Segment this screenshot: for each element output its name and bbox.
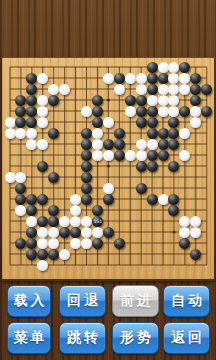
white-stone — [70, 194, 81, 205]
white-stone — [92, 139, 103, 150]
white-stone — [5, 172, 16, 183]
white-stone — [26, 128, 37, 139]
white-stone — [114, 84, 125, 95]
black-stone — [114, 73, 125, 84]
black-stone — [179, 62, 190, 73]
white-stone — [48, 227, 59, 238]
black-stone — [26, 249, 37, 260]
black-stone — [92, 95, 103, 106]
black-stone — [81, 183, 92, 194]
white-stone — [37, 260, 48, 271]
black-stone — [26, 84, 37, 95]
white-stone — [15, 172, 26, 183]
white-stone — [168, 106, 179, 117]
black-stone — [92, 205, 103, 216]
black-stone — [37, 161, 48, 172]
black-stone — [114, 238, 125, 249]
white-stone — [190, 106, 201, 117]
black-stone — [48, 172, 59, 183]
white-stone — [136, 139, 147, 150]
white-stone — [158, 106, 169, 117]
white-stone — [190, 117, 201, 128]
white-stone — [190, 216, 201, 227]
black-stone — [168, 205, 179, 216]
black-stone — [147, 106, 158, 117]
black-stone — [168, 194, 179, 205]
black-stone — [81, 172, 92, 183]
black-stone — [37, 194, 48, 205]
white-stone — [37, 73, 48, 84]
white-stone — [147, 139, 158, 150]
white-stone — [37, 95, 48, 106]
white-stone — [125, 106, 136, 117]
black-stone — [26, 95, 37, 106]
white-stone — [179, 128, 190, 139]
black-stone — [26, 194, 37, 205]
black-stone — [81, 194, 92, 205]
black-stone — [15, 183, 26, 194]
black-stone — [37, 216, 48, 227]
black-stone — [190, 249, 201, 260]
white-stone — [179, 227, 190, 238]
white-stone — [158, 62, 169, 73]
black-stone — [147, 117, 158, 128]
black-stone — [168, 128, 179, 139]
undo-button[interactable]: 回退 — [59, 285, 106, 317]
auto-button[interactable]: 自动 — [163, 285, 210, 317]
white-stone — [103, 73, 114, 84]
white-stone — [37, 238, 48, 249]
load-button[interactable]: 载入 — [7, 285, 51, 317]
black-stone — [158, 139, 169, 150]
white-stone — [37, 139, 48, 150]
white-stone — [92, 227, 103, 238]
white-stone — [103, 183, 114, 194]
black-stone — [37, 249, 48, 260]
black-stone — [59, 227, 70, 238]
black-stone — [201, 84, 212, 95]
white-stone — [81, 216, 92, 227]
black-stone — [114, 128, 125, 139]
black-stone — [136, 95, 147, 106]
white-stone — [179, 150, 190, 161]
white-stone — [125, 73, 136, 84]
black-stone — [103, 227, 114, 238]
go-app-screen: 151 载入 回退 前进 自动 菜单 跳转 形势 返回 — [0, 0, 216, 360]
white-stone — [5, 128, 16, 139]
black-stone — [48, 95, 59, 106]
white-stone — [81, 106, 92, 117]
white-stone — [59, 249, 70, 260]
white-stone — [179, 216, 190, 227]
white-stone — [37, 117, 48, 128]
black-stone — [15, 106, 26, 117]
black-stone — [147, 128, 158, 139]
black-stone — [26, 227, 37, 238]
white-stone — [70, 238, 81, 249]
black-stone — [26, 73, 37, 84]
white-stone — [81, 227, 92, 238]
menu-button[interactable]: 菜单 — [7, 322, 51, 354]
black-stone — [70, 227, 81, 238]
white-stone — [168, 95, 179, 106]
white-stone — [70, 216, 81, 227]
black-stone — [81, 161, 92, 172]
black-stone — [114, 150, 125, 161]
black-stone — [114, 139, 125, 150]
white-stone — [125, 150, 136, 161]
white-stone — [179, 73, 190, 84]
move-number-stone: 151 — [92, 216, 103, 227]
black-stone — [81, 128, 92, 139]
black-stone — [136, 161, 147, 172]
black-stone — [158, 128, 169, 139]
go-board[interactable]: 151 — [2, 57, 214, 281]
black-stone — [15, 117, 26, 128]
white-stone — [147, 95, 158, 106]
white-stone — [136, 73, 147, 84]
white-stone — [168, 73, 179, 84]
white-stone — [26, 216, 37, 227]
black-stone — [15, 95, 26, 106]
black-stone — [190, 95, 201, 106]
white-stone — [15, 128, 26, 139]
white-stone — [15, 205, 26, 216]
black-stone — [147, 73, 158, 84]
white-stone — [168, 62, 179, 73]
black-stone — [147, 194, 158, 205]
white-stone — [103, 117, 114, 128]
black-stone — [136, 106, 147, 117]
black-stone — [147, 84, 158, 95]
white-stone — [59, 216, 70, 227]
white-stone — [48, 238, 59, 249]
black-stone — [190, 84, 201, 95]
black-stone — [136, 183, 147, 194]
jump-button[interactable]: 跳转 — [59, 322, 106, 354]
white-stone — [92, 128, 103, 139]
black-stone — [103, 139, 114, 150]
forward-button[interactable]: 前进 — [112, 285, 159, 317]
black-stone — [15, 194, 26, 205]
white-stone — [26, 139, 37, 150]
white-stone — [158, 194, 169, 205]
black-stone — [26, 205, 37, 216]
black-stone — [168, 161, 179, 172]
black-stone — [147, 62, 158, 73]
black-stone — [201, 106, 212, 117]
black-stone — [26, 238, 37, 249]
white-stone — [103, 150, 114, 161]
white-stone — [5, 117, 16, 128]
white-stone — [158, 84, 169, 95]
white-stone — [37, 227, 48, 238]
black-stone — [147, 161, 158, 172]
black-stone — [26, 117, 37, 128]
white-stone — [136, 84, 147, 95]
black-stone — [168, 117, 179, 128]
white-stone — [37, 106, 48, 117]
black-stone — [103, 194, 114, 205]
black-stone — [48, 128, 59, 139]
black-stone — [92, 106, 103, 117]
black-stone — [147, 150, 158, 161]
black-stone — [15, 238, 26, 249]
black-stone — [125, 95, 136, 106]
white-stone — [158, 95, 169, 106]
black-stone — [48, 216, 59, 227]
black-stone — [179, 238, 190, 249]
black-stone — [179, 106, 190, 117]
black-stone — [158, 73, 169, 84]
black-stone — [81, 150, 92, 161]
black-stone — [48, 249, 59, 260]
white-stone — [179, 84, 190, 95]
black-stone — [48, 205, 59, 216]
black-stone — [190, 73, 201, 84]
white-stone — [190, 227, 201, 238]
return-button[interactable]: 返回 — [163, 322, 210, 354]
white-stone — [168, 84, 179, 95]
white-stone — [59, 84, 70, 95]
black-stone — [92, 117, 103, 128]
black-stone — [158, 150, 169, 161]
black-stone — [81, 139, 92, 150]
black-stone — [136, 117, 147, 128]
white-stone — [92, 150, 103, 161]
black-stone — [168, 139, 179, 150]
white-stone — [136, 150, 147, 161]
black-stone — [92, 238, 103, 249]
white-stone — [70, 205, 81, 216]
black-stone — [26, 106, 37, 117]
white-stone — [48, 84, 59, 95]
white-stone — [81, 238, 92, 249]
status-button[interactable]: 形势 — [112, 322, 159, 354]
